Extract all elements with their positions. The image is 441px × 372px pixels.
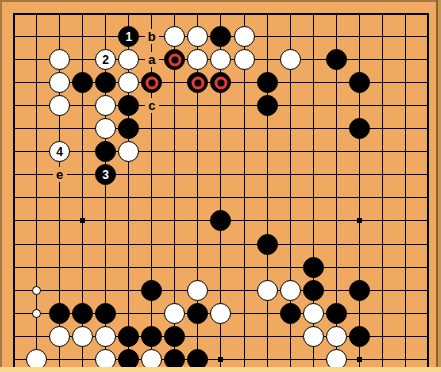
black-stone <box>95 72 116 93</box>
black-stone <box>257 95 278 116</box>
empty-point-circle-mark-icon <box>32 286 41 295</box>
grid-line-v <box>13 13 15 368</box>
black-stone <box>303 280 324 301</box>
black-stone <box>118 326 139 347</box>
label-e: e <box>53 167 67 182</box>
white-stone <box>95 326 116 347</box>
grid-line-v <box>359 13 360 368</box>
grid-line-v <box>405 13 406 368</box>
white-stone <box>280 280 301 301</box>
black-stone <box>349 280 370 301</box>
white-stone <box>164 303 185 324</box>
hoshi-point <box>357 357 362 362</box>
black-stone <box>187 72 208 93</box>
black-stone <box>257 234 278 255</box>
hoshi-point <box>357 218 362 223</box>
white-stone <box>49 72 70 93</box>
board-edge-bottom <box>0 367 441 372</box>
grid-line-v <box>427 13 429 368</box>
black-stone <box>210 72 231 93</box>
red-circle-mark-icon <box>145 76 158 89</box>
move-1-stone: 1 <box>118 26 139 47</box>
move-number: 2 <box>102 54 109 66</box>
black-stone <box>49 303 70 324</box>
move-4-stone: 4 <box>49 141 70 162</box>
red-circle-mark-icon <box>168 53 181 66</box>
black-stone <box>95 303 116 324</box>
board-edge-left <box>0 0 2 372</box>
go-diagram: 1243bace <box>0 0 441 372</box>
white-stone <box>49 326 70 347</box>
go-board: 1243bace <box>0 0 441 372</box>
white-stone <box>303 326 324 347</box>
white-stone <box>187 49 208 70</box>
black-stone <box>72 72 93 93</box>
white-stone <box>187 280 208 301</box>
label-b: b <box>145 29 159 44</box>
white-stone <box>210 49 231 70</box>
move-number: 3 <box>102 169 109 181</box>
white-stone <box>118 72 139 93</box>
white-stone <box>164 26 185 47</box>
black-stone <box>280 303 301 324</box>
white-stone <box>303 303 324 324</box>
black-stone <box>257 72 278 93</box>
black-stone <box>164 49 185 70</box>
white-stone <box>95 118 116 139</box>
red-circle-mark-icon <box>191 76 204 89</box>
black-stone <box>141 280 162 301</box>
white-stone <box>118 49 139 70</box>
label-a: a <box>145 52 159 67</box>
black-stone <box>118 118 139 139</box>
white-stone <box>257 280 278 301</box>
white-stone <box>118 141 139 162</box>
black-stone <box>95 141 116 162</box>
white-stone <box>210 303 231 324</box>
black-stone <box>349 326 370 347</box>
white-stone <box>234 49 255 70</box>
black-stone <box>210 26 231 47</box>
black-stone <box>326 303 347 324</box>
move-number: 1 <box>125 31 132 43</box>
black-stone <box>118 95 139 116</box>
black-stone <box>141 326 162 347</box>
black-stone <box>349 118 370 139</box>
black-stone <box>164 326 185 347</box>
hoshi-point <box>218 357 223 362</box>
white-stone <box>234 26 255 47</box>
black-stone <box>349 72 370 93</box>
label-c: c <box>145 98 159 113</box>
white-stone <box>49 49 70 70</box>
black-stone <box>72 303 93 324</box>
grid-line-v <box>382 13 383 368</box>
black-stone <box>187 303 208 324</box>
white-stone <box>72 326 93 347</box>
white-stone <box>95 95 116 116</box>
black-stone <box>303 257 324 278</box>
white-stone <box>280 49 301 70</box>
white-stone <box>49 95 70 116</box>
move-number: 4 <box>56 146 63 158</box>
empty-point-circle-mark-icon <box>32 309 41 318</box>
red-circle-mark-icon <box>214 76 227 89</box>
black-stone <box>141 72 162 93</box>
white-stone <box>187 26 208 47</box>
move-2-stone: 2 <box>95 49 116 70</box>
black-stone <box>210 210 231 231</box>
hoshi-point <box>80 218 85 223</box>
white-stone <box>326 326 347 347</box>
board-edge-top <box>0 0 441 2</box>
move-3-stone: 3 <box>95 164 116 185</box>
black-stone <box>326 49 347 70</box>
grid-line-v <box>267 13 268 368</box>
